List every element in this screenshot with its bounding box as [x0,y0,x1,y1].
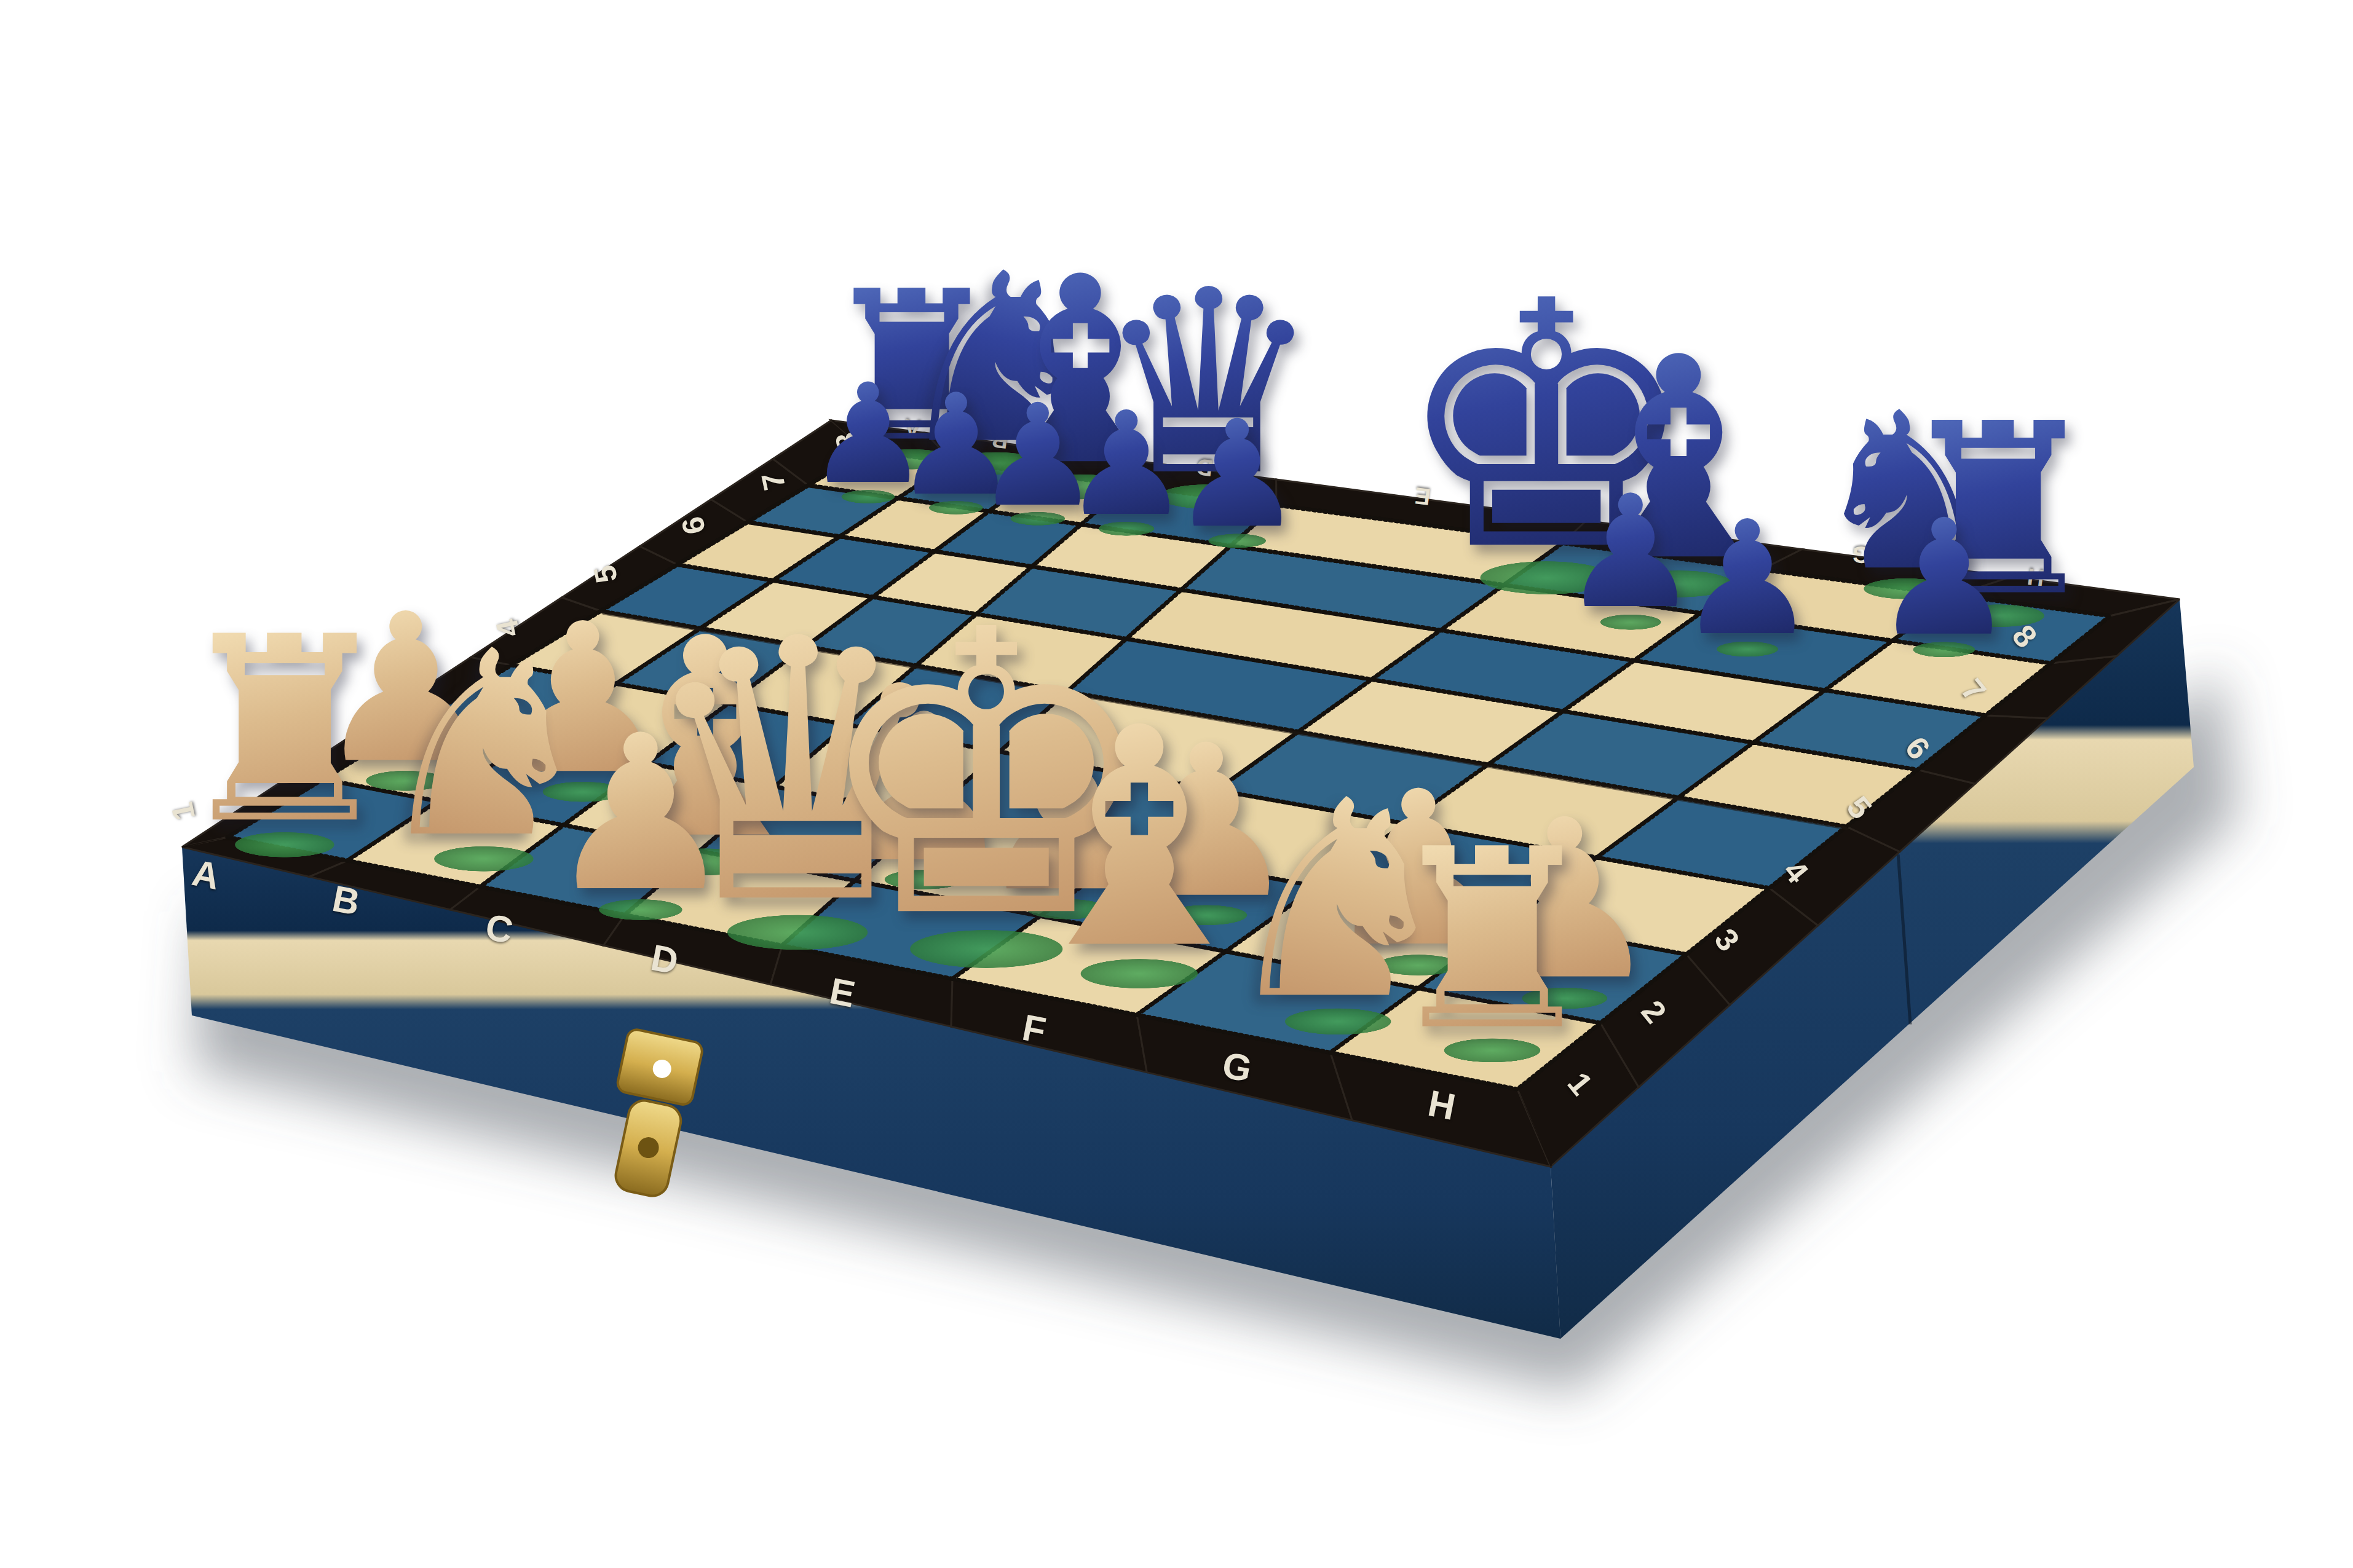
pawn-glyph: ♟ [1171,401,1303,548]
pawn-glyph: ♟ [1677,500,1818,657]
pawn-glyph: ♟ [1872,498,2015,658]
rook-glyph: ♜ [170,603,400,859]
rook-glyph: ♜ [1381,816,1603,1064]
piece-blue-pawn-g7: ♟ [1747,648,1889,805]
piece-blue-pawn-h7: ♟ [1944,648,2087,808]
product-photo-stage: AA11BB22CC33DD44EE55FF66GG77HH88 ♜♞♝♛♟♟♟… [0,0,2353,1568]
piece-natural-rook-h1: ♜ [1492,1049,1714,1297]
